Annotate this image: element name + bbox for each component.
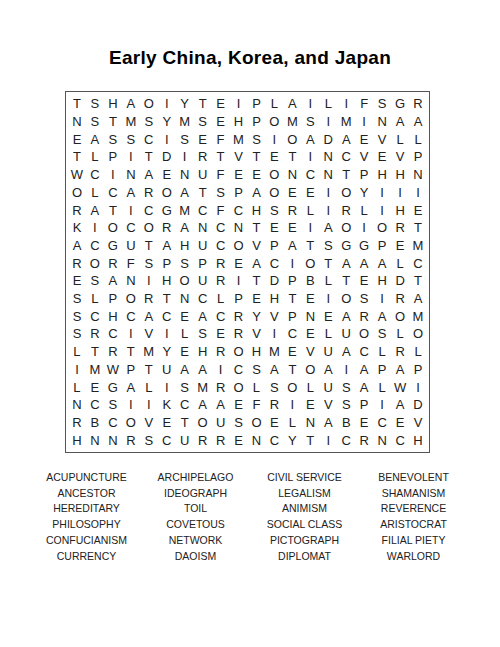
grid-cell: I	[158, 325, 176, 343]
word-list-item: SHAMANISM	[359, 486, 468, 502]
grid-cell: S	[212, 184, 230, 202]
grid-cell: N	[104, 431, 122, 449]
grid-cell: D	[391, 272, 409, 290]
grid-cell: A	[337, 130, 355, 148]
grid-cell: T	[104, 201, 122, 219]
grid-cell: C	[158, 431, 176, 449]
grid-cell: R	[230, 325, 248, 343]
grid-cell: R	[86, 325, 104, 343]
grid-cell: O	[355, 325, 373, 343]
grid-cell: I	[230, 272, 248, 290]
grid-cell: C	[409, 254, 427, 272]
grid-cell: V	[140, 414, 158, 432]
word-list-item: DAOISM	[141, 549, 250, 565]
grid-cell: U	[194, 237, 212, 255]
grid-cell: S	[104, 396, 122, 414]
grid-cell: L	[86, 290, 104, 308]
grid-cell: P	[355, 166, 373, 184]
worksheet-page: Early China, Korea, and Japan TSHAOIYTEI…	[0, 0, 500, 647]
grid-cell: S	[68, 290, 86, 308]
grid-cell: U	[194, 272, 212, 290]
grid-cell: C	[230, 201, 248, 219]
grid-cell: R	[337, 201, 355, 219]
grid-cell: V	[409, 414, 427, 432]
grid-cell: A	[248, 254, 266, 272]
word-list-item: ARISTOCRAT	[359, 517, 468, 533]
grid-cell: C	[104, 414, 122, 432]
grid-cell: T	[409, 272, 427, 290]
grid-cell: C	[104, 184, 122, 202]
word-list-item: PICTOGRAPH	[250, 533, 359, 549]
grid-cell: S	[355, 290, 373, 308]
grid-cell: M	[409, 307, 427, 325]
grid-cell: D	[319, 130, 337, 148]
grid-cell: I	[373, 184, 391, 202]
grid-cell: F	[248, 396, 266, 414]
grid-cell: C	[283, 325, 301, 343]
grid-cell: F	[355, 95, 373, 113]
grid-cell: A	[104, 272, 122, 290]
grid-cell: R	[355, 307, 373, 325]
grid-cell: T	[176, 414, 194, 432]
word-list-item: ACUPUNCTURE	[32, 470, 141, 486]
grid-cell: L	[301, 378, 319, 396]
grid-cell: A	[409, 113, 427, 131]
grid-cell: E	[86, 378, 104, 396]
grid-cell: O	[86, 254, 104, 272]
grid-cell: N	[86, 431, 104, 449]
grid-cell: R	[194, 148, 212, 166]
grid-cell: R	[212, 272, 230, 290]
grid-cell: P	[230, 290, 248, 308]
grid-cell: S	[337, 396, 355, 414]
grid-cell: O	[176, 272, 194, 290]
grid-cell: C	[140, 201, 158, 219]
grid-cell: L	[319, 325, 337, 343]
grid-cell: Y	[158, 113, 176, 131]
grid-cell: D	[265, 272, 283, 290]
grid-cell: G	[158, 201, 176, 219]
grid-cell: S	[68, 325, 86, 343]
grid-cell: M	[86, 361, 104, 379]
grid-cell: C	[337, 431, 355, 449]
grid-cell: O	[301, 361, 319, 379]
grid-cell: A	[355, 378, 373, 396]
grid-cell: S	[86, 113, 104, 131]
grid-cell: C	[194, 201, 212, 219]
grid-cell: E	[230, 166, 248, 184]
grid-cell: O	[337, 219, 355, 237]
grid-cell: H	[176, 237, 194, 255]
word-list-column-3: CIVIL SERVICELEGALISMANIMISMSOCIAL CLASS…	[250, 470, 359, 564]
grid-cell: H	[104, 307, 122, 325]
grid-cell: A	[391, 361, 409, 379]
grid-cell: R	[391, 219, 409, 237]
grid-cell: V	[230, 148, 248, 166]
grid-cell: S	[140, 113, 158, 131]
grid-cell: U	[337, 325, 355, 343]
grid-cell: A	[122, 184, 140, 202]
grid-cell: T	[248, 219, 266, 237]
grid-cell: A	[176, 184, 194, 202]
grid-cell: I	[158, 95, 176, 113]
word-list-item: LEGALISM	[250, 486, 359, 502]
grid-cell: T	[68, 95, 86, 113]
grid-cell: F	[122, 254, 140, 272]
grid-cell: U	[158, 361, 176, 379]
grid-cell: I	[319, 290, 337, 308]
grid-cell: S	[373, 325, 391, 343]
grid-cell: L	[283, 414, 301, 432]
grid-cell: C	[355, 343, 373, 361]
grid-cell: C	[176, 396, 194, 414]
grid-cell: E	[230, 396, 248, 414]
grid-cell: H	[230, 113, 248, 131]
grid-cell: O	[373, 219, 391, 237]
grid-cell: H	[194, 343, 212, 361]
grid-cell: M	[194, 378, 212, 396]
word-list-item: IDEOGRAPH	[141, 486, 250, 502]
grid-cell: T	[194, 95, 212, 113]
word-list-column-4: BENEVOLENTSHAMANISMREVERENCEARISTOCRATFI…	[359, 470, 468, 564]
grid-cell: N	[301, 307, 319, 325]
grid-cell: C	[86, 166, 104, 184]
grid-cell: L	[319, 272, 337, 290]
grid-cell: I	[122, 325, 140, 343]
grid-cell: T	[283, 361, 301, 379]
grid-cell: C	[104, 325, 122, 343]
grid-cell: N	[194, 219, 212, 237]
grid-cell: O	[283, 378, 301, 396]
grid-cell: S	[265, 378, 283, 396]
puzzle-title: Early China, Korea, and Japan	[0, 47, 500, 69]
grid-cell: L	[391, 254, 409, 272]
grid-cell: P	[409, 361, 427, 379]
word-list-item: DIPLOMAT	[250, 549, 359, 565]
grid-cell: O	[122, 290, 140, 308]
grid-cell: R	[104, 254, 122, 272]
grid-cell: M	[176, 201, 194, 219]
grid-cell: N	[176, 290, 194, 308]
grid-cell: S	[194, 325, 212, 343]
word-list-item: CURRENCY	[32, 549, 141, 565]
grid-cell: C	[212, 307, 230, 325]
grid-cell: H	[248, 201, 266, 219]
grid-cell: P	[104, 290, 122, 308]
grid-cell: T	[68, 148, 86, 166]
grid-cell: S	[122, 130, 140, 148]
grid-cell: V	[301, 343, 319, 361]
grid-cell: I	[104, 166, 122, 184]
grid-cell: M	[409, 237, 427, 255]
grid-cell: A	[373, 307, 391, 325]
word-list-item: TOIL	[141, 501, 250, 517]
grid-cell: O	[230, 343, 248, 361]
grid-cell: N	[373, 431, 391, 449]
grid-cell: W	[391, 378, 409, 396]
word-list-item: BENEVOLENT	[359, 470, 468, 486]
grid-cell: S	[265, 201, 283, 219]
grid-cell: A	[283, 237, 301, 255]
grid-cell: R	[391, 290, 409, 308]
grid-cell: P	[355, 396, 373, 414]
grid-cell: I	[301, 148, 319, 166]
grid-cell: E	[212, 113, 230, 131]
grid-cell: C	[391, 431, 409, 449]
grid-cell: R	[122, 431, 140, 449]
grid-cell: I	[122, 148, 140, 166]
grid-cell: H	[104, 95, 122, 113]
grid-cell: R	[265, 396, 283, 414]
word-list: ACUPUNCTUREANCESTORHEREDITARYPHILOSOPHYC…	[32, 470, 468, 564]
grid-cell: I	[140, 396, 158, 414]
grid-cell: A	[337, 307, 355, 325]
grid-cell: M	[283, 113, 301, 131]
grid-cell: E	[68, 130, 86, 148]
grid-cell: O	[230, 378, 248, 396]
grid-cell: P	[122, 361, 140, 379]
grid-cell: I	[158, 378, 176, 396]
grid-cell: G	[355, 237, 373, 255]
grid-cell: T	[248, 148, 266, 166]
grid-cell: O	[265, 113, 283, 131]
grid-cell: L	[176, 325, 194, 343]
grid-cell: E	[248, 166, 266, 184]
grid-cell: A	[248, 184, 266, 202]
grid-cell: A	[122, 95, 140, 113]
grid-cell: C	[140, 130, 158, 148]
grid-cell: O	[337, 184, 355, 202]
grid-cell: U	[319, 343, 337, 361]
grid-cell: E	[283, 184, 301, 202]
grid-cell: O	[265, 166, 283, 184]
grid-cell: L	[86, 184, 104, 202]
grid-cell: M	[265, 343, 283, 361]
grid-cell: E	[391, 237, 409, 255]
grid-cell: R	[212, 378, 230, 396]
grid-cell: Y	[176, 95, 194, 113]
grid-cell: F	[212, 166, 230, 184]
grid-cell: A	[319, 219, 337, 237]
grid-cell: V	[248, 237, 266, 255]
grid-cell: R	[140, 184, 158, 202]
grid-cell: I	[355, 219, 373, 237]
grid-cell: T	[248, 272, 266, 290]
grid-cell: C	[301, 166, 319, 184]
grid-cell: L	[212, 290, 230, 308]
grid-cell: L	[391, 325, 409, 343]
word-list-item: FILIAL PIETY	[359, 533, 468, 549]
grid-cell: I	[122, 201, 140, 219]
grid-cell: C	[212, 219, 230, 237]
grid-cell: A	[140, 166, 158, 184]
grid-cell: O	[122, 414, 140, 432]
grid-cell: E	[283, 219, 301, 237]
grid-cell: P	[104, 148, 122, 166]
grid-cell: H	[68, 431, 86, 449]
grid-cell: V	[391, 148, 409, 166]
grid-cell: G	[104, 378, 122, 396]
grid-cell: S	[140, 254, 158, 272]
grid-cell: O	[68, 184, 86, 202]
grid-cell: H	[391, 166, 409, 184]
grid-cell: K	[68, 219, 86, 237]
grid-cell: R	[212, 431, 230, 449]
grid-cell: E	[176, 343, 194, 361]
grid-cell: N	[319, 166, 337, 184]
grid-cell: R	[68, 201, 86, 219]
grid-cell: E	[301, 325, 319, 343]
grid-cell: T	[122, 343, 140, 361]
grid-cell: P	[230, 184, 248, 202]
grid-cell: C	[158, 307, 176, 325]
grid-cell: A	[355, 361, 373, 379]
grid-cell: C	[373, 414, 391, 432]
grid-cell: A	[373, 254, 391, 272]
grid-cell: S	[248, 361, 266, 379]
grid-cell: A	[194, 307, 212, 325]
grid-cell: H	[248, 343, 266, 361]
grid-cell: O	[104, 219, 122, 237]
word-list-item: NETWORK	[141, 533, 250, 549]
grid-cell: P	[373, 237, 391, 255]
grid-cell: C	[86, 396, 104, 414]
grid-cell: A	[391, 113, 409, 131]
grid-cell: S	[176, 378, 194, 396]
grid-cell: L	[409, 130, 427, 148]
grid-cell: E	[230, 431, 248, 449]
grid-cell: V	[355, 148, 373, 166]
grid-cell: P	[158, 254, 176, 272]
grid-cell: R	[409, 95, 427, 113]
grid-cell: N	[319, 148, 337, 166]
grid-cell: R	[158, 219, 176, 237]
grid-cell: N	[176, 166, 194, 184]
grid-cell: I	[301, 219, 319, 237]
grid-cell: M	[176, 113, 194, 131]
grid-cell: Y	[158, 343, 176, 361]
grid-cell: C	[194, 290, 212, 308]
grid-cell: V	[265, 307, 283, 325]
grid-cell: F	[212, 130, 230, 148]
word-list-column-1: ACUPUNCTUREANCESTORHEREDITARYPHILOSOPHYC…	[32, 470, 141, 564]
grid-cell: I	[355, 113, 373, 131]
grid-cell: B	[86, 414, 104, 432]
grid-cell: N	[283, 166, 301, 184]
grid-cell: C	[122, 219, 140, 237]
grid-cell: A	[176, 219, 194, 237]
grid-cell: H	[265, 290, 283, 308]
grid-cell: N	[301, 414, 319, 432]
grid-cell: V	[248, 325, 266, 343]
grid-cell: S	[319, 237, 337, 255]
grid-cell: E	[158, 166, 176, 184]
grid-cell: O	[158, 184, 176, 202]
grid-cell: W	[68, 166, 86, 184]
grid-cell: T	[337, 166, 355, 184]
grid-cell: T	[301, 431, 319, 449]
grid-cell: S	[104, 130, 122, 148]
grid-cell: B	[301, 272, 319, 290]
grid-cell: T	[337, 272, 355, 290]
grid-cell: V	[140, 325, 158, 343]
grid-cell: C	[265, 431, 283, 449]
word-list-item: CIVIL SERVICE	[250, 470, 359, 486]
grid-cell: T	[194, 184, 212, 202]
grid-cell: F	[212, 201, 230, 219]
grid-cell: G	[391, 95, 409, 113]
grid-cell: E	[373, 148, 391, 166]
grid-cell: P	[248, 95, 266, 113]
grid-cell: C	[337, 148, 355, 166]
grid-cell: Y	[248, 307, 266, 325]
grid-cell: I	[283, 254, 301, 272]
grid-cell: P	[409, 148, 427, 166]
grid-cell: A	[265, 361, 283, 379]
grid-cell: H	[158, 272, 176, 290]
grid-cell: O	[140, 95, 158, 113]
grid-cell: G	[104, 237, 122, 255]
grid-cell: A	[319, 414, 337, 432]
word-list-item: REVERENCE	[359, 501, 468, 517]
grid-cell: H	[391, 201, 409, 219]
grid-cell: I	[319, 431, 337, 449]
grid-cell: U	[176, 431, 194, 449]
grid-cell: E	[265, 219, 283, 237]
grid-cell: I	[319, 201, 337, 219]
grid-cell: E	[283, 343, 301, 361]
grid-cell: T	[283, 290, 301, 308]
grid-cell: S	[230, 414, 248, 432]
grid-cell: C	[230, 361, 248, 379]
grid-cell: Y	[283, 431, 301, 449]
grid-cell: S	[301, 113, 319, 131]
grid-cell: R	[283, 201, 301, 219]
grid-cell: E	[391, 414, 409, 432]
grid-cell: E	[301, 290, 319, 308]
grid-cell: M	[122, 113, 140, 131]
grid-cell: A	[122, 378, 140, 396]
grid-cell: T	[319, 254, 337, 272]
grid-cell: D	[158, 148, 176, 166]
grid-cell: A	[86, 201, 104, 219]
grid-cell: S	[248, 130, 266, 148]
grid-cell: C	[86, 307, 104, 325]
grid-cell: C	[86, 237, 104, 255]
grid-cell: A	[194, 361, 212, 379]
grid-cell: A	[68, 237, 86, 255]
grid-cell: I	[301, 95, 319, 113]
grid-cell: N	[248, 431, 266, 449]
grid-cell: C	[265, 254, 283, 272]
grid-cell: R	[140, 290, 158, 308]
grid-cell: P	[248, 113, 266, 131]
grid-cell: T	[301, 237, 319, 255]
grid-cell: U	[319, 378, 337, 396]
grid-cell: P	[283, 307, 301, 325]
grid-cell: D	[409, 396, 427, 414]
grid-cell: O	[248, 414, 266, 432]
grid-cell: E	[301, 184, 319, 202]
word-search-grid: TSHAOIYTEIPLAILIFSGRNSTMSYMSEHPOMSIMINAA…	[65, 91, 430, 453]
grid-cell: M	[337, 113, 355, 131]
word-list-item: COVETOUS	[141, 517, 250, 533]
grid-cell: N	[68, 396, 86, 414]
grid-cell: T	[86, 343, 104, 361]
grid-cell: T	[283, 148, 301, 166]
grid-cell: N	[409, 166, 427, 184]
grid-cell: I	[283, 396, 301, 414]
